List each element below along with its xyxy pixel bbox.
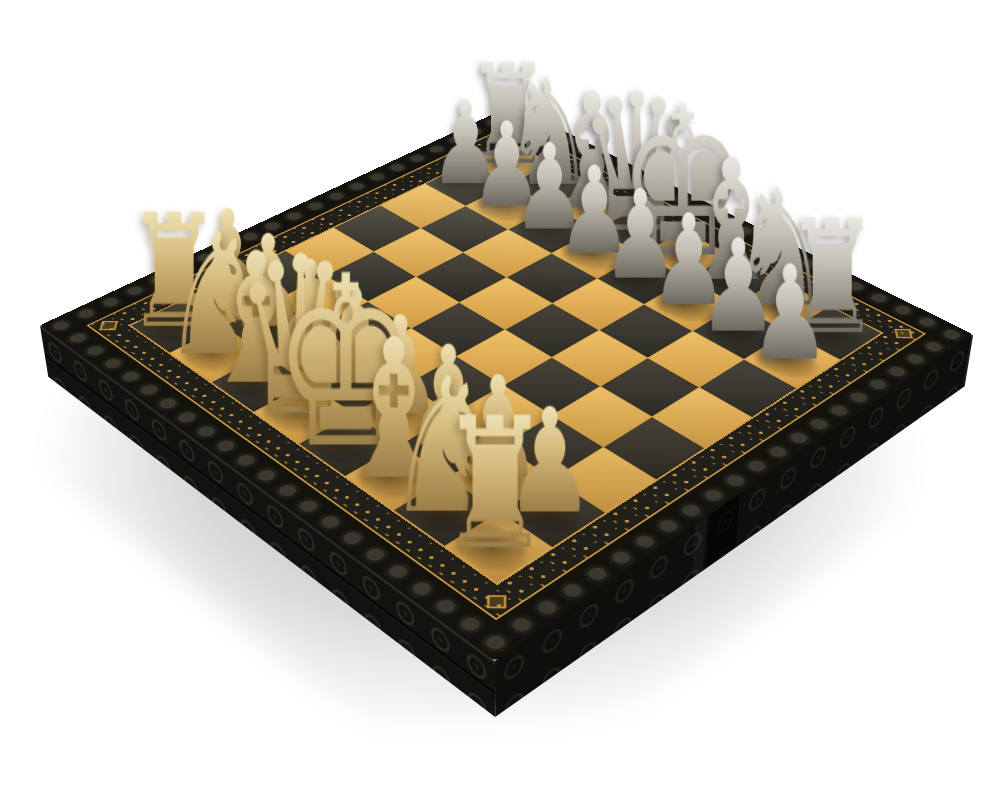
scene-3d: ♜♞♝♛♚♝♞♜♟♟♟♟♟♟♟♟♟♟♟♟♟♟♟♟♜♞♝♛♚♝♞♜ xyxy=(0,0,1000,800)
black-pawn[interactable]: ♟ xyxy=(750,259,831,370)
white-rook[interactable]: ♜ xyxy=(440,408,552,562)
chess-set-case: ♜♞♝♛♚♝♞♜♟♟♟♟♟♟♟♟♟♟♟♟♟♟♟♟♜♞♝♛♚♝♞♜ xyxy=(40,105,973,661)
corner-rosette xyxy=(99,321,118,330)
corner-rosette xyxy=(487,595,507,608)
product-photo-stage: ♜♞♝♛♚♝♞♜♟♟♟♟♟♟♟♟♟♟♟♟♟♟♟♟♜♞♝♛♚♝♞♜ xyxy=(0,0,1000,800)
corner-rosette xyxy=(894,329,912,338)
